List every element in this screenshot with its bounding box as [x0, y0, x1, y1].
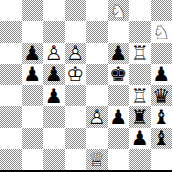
white-rook-icon: ♜♖ — [129, 85, 151, 106]
square-f7[interactable] — [108, 21, 130, 42]
white-knight-icon: ♞♘ — [108, 0, 130, 21]
chess-board: ♞♘♞♘♟♟♙♟♙♟♜♖♟♟♚♔♚♟♟♜♖♛♟♙♟♜♝♟♝♛♕ — [0, 0, 172, 172]
white-pawn-icon: ♟♙ — [43, 43, 65, 64]
square-e5[interactable] — [86, 64, 108, 85]
square-c1[interactable] — [43, 149, 65, 170]
square-f8[interactable]: ♞♘ — [108, 0, 130, 21]
square-h3[interactable]: ♝ — [151, 106, 173, 127]
square-g6[interactable]: ♜♖ — [129, 43, 151, 64]
square-f6[interactable]: ♟ — [108, 43, 130, 64]
square-g2[interactable]: ♟ — [129, 128, 151, 149]
square-f2[interactable] — [108, 128, 130, 149]
square-f4[interactable] — [108, 85, 130, 106]
square-g8[interactable] — [129, 0, 151, 21]
square-h6[interactable] — [151, 43, 173, 64]
square-c4[interactable]: ♟ — [43, 85, 65, 106]
square-d3[interactable] — [65, 106, 87, 127]
square-c7[interactable] — [43, 21, 65, 42]
square-c8[interactable] — [43, 0, 65, 21]
black-pawn-icon: ♟ — [22, 43, 44, 64]
square-b6[interactable]: ♟ — [22, 43, 44, 64]
square-g7[interactable] — [129, 21, 151, 42]
square-d4[interactable] — [65, 85, 87, 106]
square-a3[interactable] — [0, 106, 22, 127]
square-e6[interactable] — [86, 43, 108, 64]
square-h8[interactable] — [151, 0, 173, 21]
white-king-icon: ♚♔ — [65, 64, 87, 85]
square-c6[interactable]: ♟♙ — [43, 43, 65, 64]
white-rook-icon: ♜♖ — [129, 43, 151, 64]
square-b4[interactable] — [22, 85, 44, 106]
square-f5[interactable]: ♚ — [108, 64, 130, 85]
square-d2[interactable] — [65, 128, 87, 149]
square-e7[interactable] — [86, 21, 108, 42]
square-e1[interactable]: ♛♕ — [86, 149, 108, 170]
square-h1[interactable] — [151, 149, 173, 170]
square-g1[interactable] — [129, 149, 151, 170]
square-b5[interactable]: ♟ — [22, 64, 44, 85]
square-g4[interactable]: ♜♖ — [129, 85, 151, 106]
square-b2[interactable] — [22, 128, 44, 149]
square-a2[interactable] — [0, 128, 22, 149]
square-h7[interactable]: ♞♘ — [151, 21, 173, 42]
square-f3[interactable]: ♟ — [108, 106, 130, 127]
black-pawn-icon: ♟ — [108, 43, 130, 64]
white-queen-icon: ♛♕ — [86, 149, 108, 170]
square-h5[interactable]: ♟ — [151, 64, 173, 85]
square-a5[interactable] — [0, 64, 22, 85]
square-e2[interactable] — [86, 128, 108, 149]
black-pawn-icon: ♟ — [43, 85, 65, 106]
black-pawn-icon: ♟ — [108, 106, 130, 127]
black-bishop-icon: ♝ — [151, 128, 173, 149]
square-d7[interactable] — [65, 21, 87, 42]
square-e3[interactable]: ♟♙ — [86, 106, 108, 127]
square-a7[interactable] — [0, 21, 22, 42]
square-b7[interactable] — [22, 21, 44, 42]
square-e4[interactable] — [86, 85, 108, 106]
square-e8[interactable] — [86, 0, 108, 21]
black-bishop-icon: ♝ — [151, 106, 173, 127]
black-rook-icon: ♜ — [129, 106, 151, 127]
square-c2[interactable] — [43, 128, 65, 149]
square-h4[interactable]: ♛ — [151, 85, 173, 106]
black-queen-icon: ♛ — [151, 85, 173, 106]
square-a6[interactable] — [0, 43, 22, 64]
square-d5[interactable]: ♚♔ — [65, 64, 87, 85]
square-c3[interactable] — [43, 106, 65, 127]
white-knight-icon: ♞♘ — [151, 21, 173, 42]
square-d6[interactable]: ♟♙ — [65, 43, 87, 64]
square-b8[interactable] — [22, 0, 44, 21]
black-pawn-icon: ♟ — [151, 64, 173, 85]
square-d1[interactable] — [65, 149, 87, 170]
square-a4[interactable] — [0, 85, 22, 106]
square-g3[interactable]: ♜ — [129, 106, 151, 127]
square-a8[interactable] — [0, 0, 22, 21]
square-f1[interactable] — [108, 149, 130, 170]
square-a1[interactable] — [0, 149, 22, 170]
white-pawn-icon: ♟♙ — [86, 106, 108, 127]
square-c5[interactable]: ♟ — [43, 64, 65, 85]
black-king-icon: ♚ — [108, 64, 130, 85]
square-b1[interactable] — [22, 149, 44, 170]
square-b3[interactable] — [22, 106, 44, 127]
black-pawn-icon: ♟ — [43, 64, 65, 85]
white-pawn-icon: ♟♙ — [65, 43, 87, 64]
chess-diagram: ♞♘♞♘♟♟♙♟♙♟♜♖♟♟♚♔♚♟♟♜♖♛♟♙♟♜♝♟♝♛♕ — [0, 0, 172, 172]
square-d8[interactable] — [65, 0, 87, 21]
square-g5[interactable] — [129, 64, 151, 85]
black-pawn-icon: ♟ — [129, 128, 151, 149]
square-h2[interactable]: ♝ — [151, 128, 173, 149]
black-pawn-icon: ♟ — [22, 64, 44, 85]
